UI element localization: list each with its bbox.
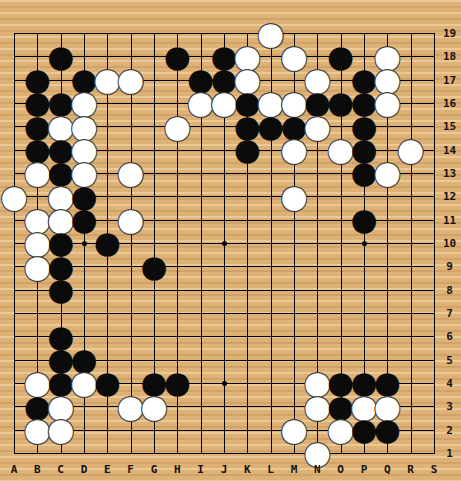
row-label-16: 16 [440,97,459,110]
stone-black-H4[interactable]: ● [166,371,189,394]
stone-white-M18[interactable]: ● [282,45,305,68]
row-label-15: 15 [440,120,459,133]
column-label-E: E [104,463,111,476]
stone-white-J16[interactable]: ● [212,91,235,114]
stone-black-P11[interactable]: ● [352,208,375,231]
stones-grid[interactable]: ●●●●●●●●●●●●●●●●●●●●●●●●●●●●●●●●●●●●●●●●… [2,21,445,464]
column-label-N: N [314,463,321,476]
row-label-6: 6 [440,330,459,343]
column-label-O: O [337,463,344,476]
column-label-C: C [57,463,64,476]
stone-black-E10[interactable]: ● [96,231,119,254]
row-label-19: 19 [440,27,459,40]
stone-white-M12[interactable]: ● [282,185,305,208]
stone-white-D4[interactable]: ● [72,371,95,394]
column-label-D: D [81,463,88,476]
stone-black-H18[interactable]: ● [166,45,189,68]
stone-white-I16[interactable]: ● [189,91,212,114]
row-label-1: 1 [440,447,459,460]
column-label-J: J [221,463,228,476]
stone-white-E17[interactable]: ● [96,68,119,91]
column-label-S: S [431,463,438,476]
column-label-A: A [11,463,18,476]
row-label-12: 12 [440,190,459,203]
row-label-2: 2 [440,423,459,436]
stone-black-P13[interactable]: ● [352,161,375,184]
stone-white-B13[interactable]: ● [26,161,49,184]
stone-white-C2[interactable]: ● [49,418,72,441]
column-label-K: K [244,463,251,476]
stone-white-N1[interactable]: ● [306,441,329,464]
go-board[interactable]: ●●●●●●●●●●●●●●●●●●●●●●●●●●●●●●●●●●●●●●●●… [0,0,461,481]
stone-white-N3[interactable]: ● [306,395,329,418]
stone-black-G9[interactable]: ● [142,255,165,278]
stone-white-H15[interactable]: ● [166,115,189,138]
row-label-13: 13 [440,167,459,180]
stone-black-K14[interactable]: ● [236,138,259,161]
column-label-F: F [127,463,134,476]
row-label-4: 4 [440,377,459,390]
column-label-H: H [174,463,181,476]
stone-black-P2[interactable]: ● [352,418,375,441]
stone-white-F11[interactable]: ● [119,208,142,231]
row-label-9: 9 [440,260,459,273]
stone-white-O14[interactable]: ● [329,138,352,161]
stone-white-F3[interactable]: ● [119,395,142,418]
stone-white-Q13[interactable]: ● [376,161,399,184]
stone-white-M14[interactable]: ● [282,138,305,161]
stone-black-L15[interactable]: ● [259,115,282,138]
stone-white-N15[interactable]: ● [306,115,329,138]
row-label-17: 17 [440,73,459,86]
stone-white-F13[interactable]: ● [119,161,142,184]
stone-black-C18[interactable]: ● [49,45,72,68]
row-label-7: 7 [440,307,459,320]
stone-white-R14[interactable]: ● [399,138,422,161]
row-label-3: 3 [440,400,459,413]
stone-white-A12[interactable]: ● [2,185,25,208]
row-label-11: 11 [440,213,459,226]
column-label-I: I [197,463,204,476]
column-label-B: B [34,463,41,476]
stone-black-O18[interactable]: ● [329,45,352,68]
stone-black-O16[interactable]: ● [329,91,352,114]
column-label-R: R [407,463,414,476]
stone-white-G3[interactable]: ● [142,395,165,418]
stone-white-B2[interactable]: ● [26,418,49,441]
row-label-10: 10 [440,237,459,250]
stone-black-Q2[interactable]: ● [376,418,399,441]
column-label-L: L [267,463,274,476]
row-label-5: 5 [440,353,459,366]
column-label-M: M [291,463,298,476]
stone-black-D11[interactable]: ● [72,208,95,231]
stone-black-C8[interactable]: ● [49,278,72,301]
column-label-P: P [361,463,368,476]
stone-black-E4[interactable]: ● [96,371,119,394]
stone-white-F17[interactable]: ● [119,68,142,91]
stone-white-L19[interactable]: ● [259,21,282,44]
row-label-14: 14 [440,143,459,156]
stone-white-M2[interactable]: ● [282,418,305,441]
column-label-G: G [151,463,158,476]
stone-white-Q16[interactable]: ● [376,91,399,114]
column-label-Q: Q [384,463,391,476]
row-label-8: 8 [440,283,459,296]
stone-white-B9[interactable]: ● [26,255,49,278]
stone-white-O2[interactable]: ● [329,418,352,441]
row-label-18: 18 [440,50,459,63]
